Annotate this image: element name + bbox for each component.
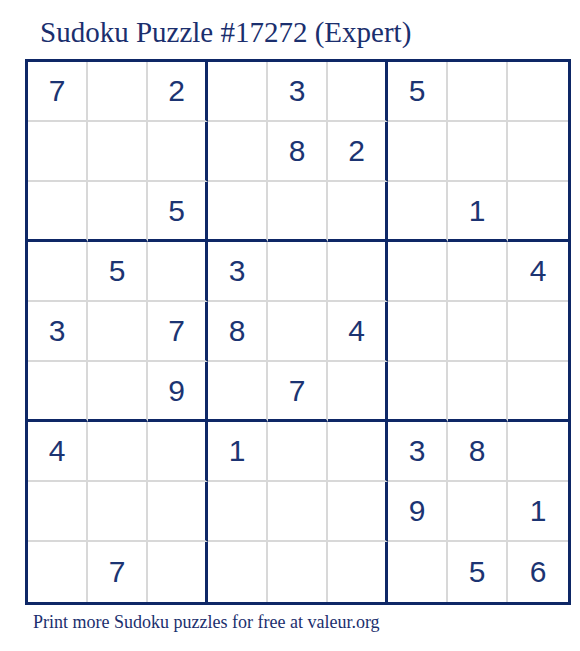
cell-r7c6[interactable] bbox=[328, 422, 388, 482]
cell-r3c3: 5 bbox=[148, 182, 208, 242]
sudoku-board: 72358251534378497413891756 bbox=[25, 59, 571, 605]
cell-r6c9[interactable] bbox=[508, 362, 568, 422]
cell-r2c6: 2 bbox=[328, 122, 388, 182]
cell-r6c8[interactable] bbox=[448, 362, 508, 422]
cell-r7c4: 1 bbox=[208, 422, 268, 482]
cell-r5c2[interactable] bbox=[88, 302, 148, 362]
cell-r1c9[interactable] bbox=[508, 62, 568, 122]
cell-r4c8[interactable] bbox=[448, 242, 508, 302]
page-title: Sudoku Puzzle #17272 (Expert) bbox=[40, 16, 411, 49]
footer-text: Print more Sudoku puzzles for free at va… bbox=[33, 612, 380, 633]
cell-r5c1: 3 bbox=[28, 302, 88, 362]
cell-r5c6: 4 bbox=[328, 302, 388, 362]
cell-r5c8[interactable] bbox=[448, 302, 508, 362]
cell-r9c4[interactable] bbox=[208, 542, 268, 602]
cell-r9c9: 6 bbox=[508, 542, 568, 602]
cell-r7c7: 3 bbox=[388, 422, 448, 482]
cell-r3c9[interactable] bbox=[508, 182, 568, 242]
cell-r9c7[interactable] bbox=[388, 542, 448, 602]
cell-r9c8: 5 bbox=[448, 542, 508, 602]
cell-r9c1[interactable] bbox=[28, 542, 88, 602]
cell-r2c3[interactable] bbox=[148, 122, 208, 182]
cell-r6c1[interactable] bbox=[28, 362, 88, 422]
cell-r3c7[interactable] bbox=[388, 182, 448, 242]
cell-r2c5: 8 bbox=[268, 122, 328, 182]
cell-r1c5: 3 bbox=[268, 62, 328, 122]
cell-r4c1[interactable] bbox=[28, 242, 88, 302]
cell-r4c2: 5 bbox=[88, 242, 148, 302]
cell-r6c6[interactable] bbox=[328, 362, 388, 422]
cell-r4c5[interactable] bbox=[268, 242, 328, 302]
cell-r8c6[interactable] bbox=[328, 482, 388, 542]
cell-r5c7[interactable] bbox=[388, 302, 448, 362]
cell-r7c9[interactable] bbox=[508, 422, 568, 482]
cell-r8c8[interactable] bbox=[448, 482, 508, 542]
cell-r4c4: 3 bbox=[208, 242, 268, 302]
cell-r5c5[interactable] bbox=[268, 302, 328, 362]
cell-r1c3: 2 bbox=[148, 62, 208, 122]
cell-r4c6[interactable] bbox=[328, 242, 388, 302]
cell-r9c6[interactable] bbox=[328, 542, 388, 602]
cell-r3c5[interactable] bbox=[268, 182, 328, 242]
cell-r2c1[interactable] bbox=[28, 122, 88, 182]
cell-r9c3[interactable] bbox=[148, 542, 208, 602]
cell-r4c9: 4 bbox=[508, 242, 568, 302]
cell-r5c9[interactable] bbox=[508, 302, 568, 362]
cell-r2c2[interactable] bbox=[88, 122, 148, 182]
cell-r3c8: 1 bbox=[448, 182, 508, 242]
cell-r4c7[interactable] bbox=[388, 242, 448, 302]
cell-r4c3[interactable] bbox=[148, 242, 208, 302]
cell-r1c8[interactable] bbox=[448, 62, 508, 122]
cell-r1c1: 7 bbox=[28, 62, 88, 122]
cell-r7c5[interactable] bbox=[268, 422, 328, 482]
cell-r6c3: 9 bbox=[148, 362, 208, 422]
cell-r8c4[interactable] bbox=[208, 482, 268, 542]
cell-r8c2[interactable] bbox=[88, 482, 148, 542]
cell-r3c1[interactable] bbox=[28, 182, 88, 242]
cell-r6c4[interactable] bbox=[208, 362, 268, 422]
cell-r9c2: 7 bbox=[88, 542, 148, 602]
cell-r9c5[interactable] bbox=[268, 542, 328, 602]
cell-r5c4: 8 bbox=[208, 302, 268, 362]
cell-r8c7: 9 bbox=[388, 482, 448, 542]
cell-r2c8[interactable] bbox=[448, 122, 508, 182]
cell-r3c6[interactable] bbox=[328, 182, 388, 242]
cell-r7c8: 8 bbox=[448, 422, 508, 482]
cell-r1c4[interactable] bbox=[208, 62, 268, 122]
cell-r3c4[interactable] bbox=[208, 182, 268, 242]
cell-r8c9: 1 bbox=[508, 482, 568, 542]
cell-r3c2[interactable] bbox=[88, 182, 148, 242]
cell-r6c2[interactable] bbox=[88, 362, 148, 422]
cell-r1c7: 5 bbox=[388, 62, 448, 122]
cell-r8c5[interactable] bbox=[268, 482, 328, 542]
cell-r2c4[interactable] bbox=[208, 122, 268, 182]
cell-r8c1[interactable] bbox=[28, 482, 88, 542]
cell-r2c9[interactable] bbox=[508, 122, 568, 182]
cell-r7c2[interactable] bbox=[88, 422, 148, 482]
cell-r8c3[interactable] bbox=[148, 482, 208, 542]
cell-r7c1: 4 bbox=[28, 422, 88, 482]
cell-r6c7[interactable] bbox=[388, 362, 448, 422]
cell-r5c3: 7 bbox=[148, 302, 208, 362]
cell-r7c3[interactable] bbox=[148, 422, 208, 482]
cell-r1c6[interactable] bbox=[328, 62, 388, 122]
cell-r2c7[interactable] bbox=[388, 122, 448, 182]
cell-r6c5: 7 bbox=[268, 362, 328, 422]
cell-r1c2[interactable] bbox=[88, 62, 148, 122]
